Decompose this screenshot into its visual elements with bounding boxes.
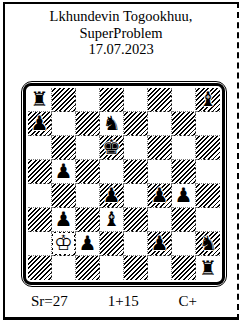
problem-card: Lkhundevin Togookhuu, SuperProblem 17.07… xyxy=(3,2,239,320)
square-f5 xyxy=(148,160,172,184)
black-knight-d7: ♞ xyxy=(103,113,121,133)
square-a5 xyxy=(28,160,52,184)
square-g4: ♟ xyxy=(172,184,196,208)
square-e6 xyxy=(124,136,148,160)
square-a7: ♟ xyxy=(28,112,52,136)
problem-header: Lkhundevin Togookhuu, SuperProblem 17.07… xyxy=(5,8,237,58)
square-b6 xyxy=(52,136,76,160)
square-g8 xyxy=(172,88,196,112)
square-f6 xyxy=(148,136,172,160)
square-e7 xyxy=(124,112,148,136)
square-b4 xyxy=(52,184,76,208)
square-f1 xyxy=(148,256,172,280)
square-a4 xyxy=(28,184,52,208)
square-b5: ♟ xyxy=(52,160,76,184)
square-c3 xyxy=(76,208,100,232)
square-e4 xyxy=(124,184,148,208)
material-count-label: 1+15 xyxy=(108,293,139,310)
square-e2 xyxy=(124,232,148,256)
square-d5 xyxy=(100,160,124,184)
square-h4 xyxy=(196,184,220,208)
black-pawn-a7: ♟ xyxy=(31,113,49,133)
caption-row: Sr=27 1+15 C+ xyxy=(5,293,237,310)
black-pawn-f2: ♟ xyxy=(151,233,169,253)
black-pawn-b5: ♟ xyxy=(55,161,73,181)
square-a3 xyxy=(28,208,52,232)
square-d7: ♞ xyxy=(100,112,124,136)
square-h8: ♝ xyxy=(196,88,220,112)
black-pawn-c2: ♟ xyxy=(79,233,97,253)
square-h2: ♞ xyxy=(196,232,220,256)
white-king-b2: ♔ xyxy=(54,233,73,254)
square-h3 xyxy=(196,208,220,232)
black-pawn-d4: ♟ xyxy=(103,185,121,205)
square-a1 xyxy=(28,256,52,280)
square-b3: ♟ xyxy=(52,208,76,232)
black-rook-a8: ♜ xyxy=(31,89,49,109)
square-f2: ♟ xyxy=(148,232,172,256)
square-c1 xyxy=(76,256,100,280)
square-g3 xyxy=(172,208,196,232)
black-bishop-d3: ♝ xyxy=(103,209,121,229)
black-knight-h2: ♞ xyxy=(199,233,217,253)
square-e3 xyxy=(124,208,148,232)
square-g6 xyxy=(172,136,196,160)
author-name: Lkhundevin Togookhuu, xyxy=(5,8,237,25)
square-f4: ♟ xyxy=(148,184,172,208)
square-e5 xyxy=(124,160,148,184)
chess-board-outer-frame: ♜♝♟♞♚♟♟♟♟♟♝♔♟♟♞♜ xyxy=(21,81,227,287)
black-king-d6: ♚ xyxy=(103,137,121,157)
black-pawn-b3: ♟ xyxy=(55,209,73,229)
square-b7 xyxy=(52,112,76,136)
square-e8 xyxy=(124,88,148,112)
square-a6 xyxy=(28,136,52,160)
square-f8 xyxy=(148,88,172,112)
chess-board: ♜♝♟♞♚♟♟♟♟♟♝♔♟♟♞♜ xyxy=(28,88,220,280)
square-d8 xyxy=(100,88,124,112)
square-h5 xyxy=(196,160,220,184)
square-b8 xyxy=(52,88,76,112)
square-a8: ♜ xyxy=(28,88,52,112)
square-d3: ♝ xyxy=(100,208,124,232)
square-h7 xyxy=(196,112,220,136)
square-h6 xyxy=(196,136,220,160)
square-b1 xyxy=(52,256,76,280)
square-a2 xyxy=(28,232,52,256)
square-g5 xyxy=(172,160,196,184)
square-f3 xyxy=(148,208,172,232)
square-c7 xyxy=(76,112,100,136)
black-pawn-f4: ♟ xyxy=(151,185,169,205)
black-rook-h1: ♜ xyxy=(199,258,217,278)
square-c4 xyxy=(76,184,100,208)
square-g7 xyxy=(172,112,196,136)
square-e1 xyxy=(124,256,148,280)
square-d6: ♚ xyxy=(100,136,124,160)
square-f7 xyxy=(148,112,172,136)
square-h1: ♜ xyxy=(196,256,220,280)
chess-board-inner-frame: ♜♝♟♞♚♟♟♟♟♟♝♔♟♟♞♜ xyxy=(23,83,225,285)
computer-tested-label: C+ xyxy=(179,293,197,310)
publication-name: SuperProblem xyxy=(5,25,237,42)
square-b2: ♔ xyxy=(52,232,76,256)
black-pawn-g4: ♟ xyxy=(175,185,193,205)
square-c2: ♟ xyxy=(76,232,100,256)
square-d2 xyxy=(100,232,124,256)
square-c5 xyxy=(76,160,100,184)
publication-date: 17.07.2023 xyxy=(5,41,237,58)
square-c6 xyxy=(76,136,100,160)
square-d4: ♟ xyxy=(100,184,124,208)
square-g1 xyxy=(172,256,196,280)
square-c8 xyxy=(76,88,100,112)
square-g2 xyxy=(172,232,196,256)
stipulation-label: Sr=27 xyxy=(31,293,68,310)
black-bishop-h8: ♝ xyxy=(199,89,217,109)
square-d1 xyxy=(100,256,124,280)
